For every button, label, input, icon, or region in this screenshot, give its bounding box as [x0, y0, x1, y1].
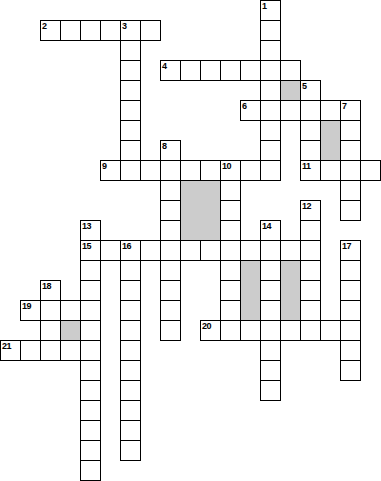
cell-r8c7[interactable]: [140, 160, 161, 181]
cell-r5c13[interactable]: [260, 100, 281, 121]
cell-r0c13[interactable]: 1: [260, 0, 281, 21]
cell-r16c12[interactable]: [240, 320, 261, 341]
cell-r11c8[interactable]: [160, 220, 181, 241]
clue-number-9: 9: [102, 161, 107, 171]
cell-r18c4[interactable]: [80, 360, 101, 381]
cell-r8c8[interactable]: [160, 160, 181, 181]
cell-r14c6[interactable]: [120, 280, 141, 301]
clue-number-21: 21: [2, 341, 11, 351]
cell-r12c17[interactable]: 17: [340, 240, 361, 261]
cell-r12c7[interactable]: [140, 240, 161, 261]
cell-r8c12[interactable]: [240, 160, 261, 181]
cell-r7c6[interactable]: [120, 140, 141, 161]
cell-r3c10[interactable]: [200, 60, 221, 81]
cell-r17c1[interactable]: [20, 340, 41, 361]
cell-r21c4[interactable]: [80, 420, 101, 441]
cell-r16c8[interactable]: [160, 320, 181, 341]
cell-r4c13[interactable]: [260, 80, 281, 101]
cell-r12c10[interactable]: [200, 240, 221, 261]
cell-r7c13[interactable]: [260, 140, 281, 161]
cell-r11c13[interactable]: 14: [260, 220, 281, 241]
cell-r15c13[interactable]: [260, 300, 281, 321]
cell-r15c1[interactable]: 19: [20, 300, 41, 321]
cell-r19c6[interactable]: [120, 380, 141, 401]
cell-r8c16[interactable]: [320, 160, 341, 181]
clue-number-7: 7: [342, 101, 347, 111]
cell-r17c13[interactable]: [260, 340, 281, 361]
clue-number-2: 2: [42, 21, 47, 31]
cell-r13c4[interactable]: [80, 260, 101, 281]
clue-number-4: 4: [162, 61, 167, 71]
cell-r16c11[interactable]: [220, 320, 241, 341]
cell-r17c0[interactable]: 21: [0, 340, 21, 361]
cell-r17c3[interactable]: [60, 340, 81, 361]
filler-block-5: [280, 260, 301, 321]
cell-r16c4[interactable]: [80, 320, 101, 341]
cell-r12c4[interactable]: 15: [80, 240, 101, 261]
cell-r9c8[interactable]: [160, 180, 181, 201]
cell-r14c17[interactable]: [340, 280, 361, 301]
cell-r5c14[interactable]: [280, 100, 301, 121]
cell-r3c13[interactable]: [260, 60, 281, 81]
cell-r5c15[interactable]: [300, 100, 321, 121]
cell-r10c15[interactable]: 12: [300, 200, 321, 221]
cell-r6c17[interactable]: [340, 120, 361, 141]
cell-r7c15[interactable]: [300, 140, 321, 161]
cell-r8c18[interactable]: [360, 160, 381, 181]
cell-r16c14[interactable]: [280, 320, 301, 341]
cell-r18c17[interactable]: [340, 360, 361, 381]
cell-r13c6[interactable]: [120, 260, 141, 281]
cell-r15c11[interactable]: [220, 300, 241, 321]
cell-r3c6[interactable]: [120, 60, 141, 81]
cell-r16c16[interactable]: [320, 320, 341, 341]
cell-r22c4[interactable]: [80, 440, 101, 461]
cell-r16c17[interactable]: [340, 320, 361, 341]
cell-r11c4[interactable]: 13: [80, 220, 101, 241]
cell-r5c17[interactable]: 7: [340, 100, 361, 121]
cell-r6c15[interactable]: [300, 120, 321, 141]
cell-r5c12[interactable]: 6: [240, 100, 261, 121]
clue-number-14: 14: [262, 221, 271, 231]
clue-number-5: 5: [302, 81, 307, 91]
cell-r16c6[interactable]: [120, 320, 141, 341]
cell-r2c13[interactable]: [260, 40, 281, 61]
cell-r19c13[interactable]: [260, 380, 281, 401]
cell-r7c17[interactable]: [340, 140, 361, 161]
cell-r10c11[interactable]: [220, 200, 241, 221]
cell-r20c6[interactable]: [120, 400, 141, 421]
cell-r12c15[interactable]: [300, 240, 321, 261]
cell-r10c17[interactable]: [340, 200, 361, 221]
cell-r6c13[interactable]: [260, 120, 281, 141]
cell-r1c4[interactable]: [80, 20, 101, 41]
cell-r4c6[interactable]: [120, 80, 141, 101]
cell-r1c3[interactable]: [60, 20, 81, 41]
cell-r3c8[interactable]: 4: [160, 60, 181, 81]
cell-r21c6[interactable]: [120, 420, 141, 441]
cell-r3c12[interactable]: [240, 60, 261, 81]
cell-r22c6[interactable]: [120, 440, 141, 461]
cell-r13c17[interactable]: [340, 260, 361, 281]
cell-r15c3[interactable]: [60, 300, 81, 321]
cell-r6c6[interactable]: [120, 120, 141, 141]
cell-r9c17[interactable]: [340, 180, 361, 201]
cell-r8c9[interactable]: [180, 160, 201, 181]
cell-r14c13[interactable]: [260, 280, 281, 301]
cell-r1c5[interactable]: [100, 20, 121, 41]
cell-r13c11[interactable]: [220, 260, 241, 281]
cell-r12c9[interactable]: [180, 240, 201, 261]
cell-r15c15[interactable]: [300, 300, 321, 321]
clue-number-11: 11: [302, 161, 311, 171]
cell-r17c6[interactable]: [120, 340, 141, 361]
cell-r12c6[interactable]: 16: [120, 240, 141, 261]
cell-r8c11[interactable]: 10: [220, 160, 241, 181]
clue-number-19: 19: [22, 301, 31, 311]
cell-r16c15[interactable]: [300, 320, 321, 341]
cell-r14c11[interactable]: [220, 280, 241, 301]
filler-block-1: [280, 80, 301, 101]
clue-number-17: 17: [342, 241, 351, 251]
cell-r1c2[interactable]: 2: [40, 20, 61, 41]
cell-r13c15[interactable]: [300, 260, 321, 281]
filler-block-3: [180, 180, 221, 241]
cell-r8c10[interactable]: [200, 160, 221, 181]
cell-r9c11[interactable]: [220, 180, 241, 201]
cell-r12c14[interactable]: [280, 240, 301, 261]
cell-r16c2[interactable]: [40, 320, 61, 341]
crossword-grid: 123456789101112131415161718192021: [0, 0, 381, 481]
cell-r12c12[interactable]: [240, 240, 261, 261]
clue-number-15: 15: [82, 241, 91, 251]
cell-r7c8[interactable]: 8: [160, 140, 181, 161]
cell-r17c4[interactable]: [80, 340, 101, 361]
cell-r8c6[interactable]: [120, 160, 141, 181]
cell-r2c6[interactable]: [120, 40, 141, 61]
clue-number-1: 1: [262, 1, 267, 11]
cell-r15c17[interactable]: [340, 300, 361, 321]
cell-r14c15[interactable]: [300, 280, 321, 301]
cell-r15c8[interactable]: [160, 300, 181, 321]
cell-r1c13[interactable]: [260, 20, 281, 41]
clue-number-6: 6: [242, 101, 247, 111]
cell-r8c13[interactable]: [260, 160, 281, 181]
cell-r1c7[interactable]: [140, 20, 161, 41]
cell-r15c4[interactable]: [80, 300, 101, 321]
cell-r8c5[interactable]: 9: [100, 160, 121, 181]
cell-r14c2[interactable]: 18: [40, 280, 61, 301]
clue-number-18: 18: [42, 281, 51, 291]
cell-r13c8[interactable]: [160, 260, 181, 281]
cell-r5c6[interactable]: [120, 100, 141, 121]
cell-r12c13[interactable]: [260, 240, 281, 261]
cell-r18c13[interactable]: [260, 360, 281, 381]
clue-number-16: 16: [122, 241, 131, 251]
cell-r13c13[interactable]: [260, 260, 281, 281]
clue-number-13: 13: [82, 221, 91, 231]
cell-r23c4[interactable]: [80, 460, 101, 481]
cell-r16c13[interactable]: [260, 320, 281, 341]
cell-r11c15[interactable]: [300, 220, 321, 241]
cell-r17c17[interactable]: [340, 340, 361, 361]
filler-block-6: [60, 320, 81, 341]
clue-number-3: 3: [122, 21, 127, 31]
cell-r3c14[interactable]: [280, 60, 301, 81]
cell-r15c6[interactable]: [120, 300, 141, 321]
cell-r11c11[interactable]: [220, 220, 241, 241]
clue-number-20: 20: [202, 321, 211, 331]
clue-number-8: 8: [162, 141, 167, 151]
cell-r12c8[interactable]: [160, 240, 181, 261]
cell-r16c10[interactable]: 20: [200, 320, 221, 341]
cell-r3c9[interactable]: [180, 60, 201, 81]
cell-r19c4[interactable]: [80, 380, 101, 401]
cell-r18c6[interactable]: [120, 360, 141, 381]
cell-r8c15[interactable]: 11: [300, 160, 321, 181]
cell-r20c4[interactable]: [80, 400, 101, 421]
cell-r15c2[interactable]: [40, 300, 61, 321]
clue-number-12: 12: [302, 201, 311, 211]
cell-r12c11[interactable]: [220, 240, 241, 261]
cell-r5c16[interactable]: [320, 100, 341, 121]
cell-r4c15[interactable]: 5: [300, 80, 321, 101]
cell-r1c6[interactable]: 3: [120, 20, 141, 41]
clue-number-10: 10: [222, 161, 231, 171]
cell-r14c8[interactable]: [160, 280, 181, 301]
cell-r10c8[interactable]: [160, 200, 181, 221]
cell-r8c17[interactable]: [340, 160, 361, 181]
cell-r3c11[interactable]: [220, 60, 241, 81]
filler-block-4: [240, 260, 261, 321]
filler-block-2: [320, 120, 341, 161]
cell-r12c5[interactable]: [100, 240, 121, 261]
cell-r17c2[interactable]: [40, 340, 61, 361]
cell-r14c4[interactable]: [80, 280, 101, 301]
